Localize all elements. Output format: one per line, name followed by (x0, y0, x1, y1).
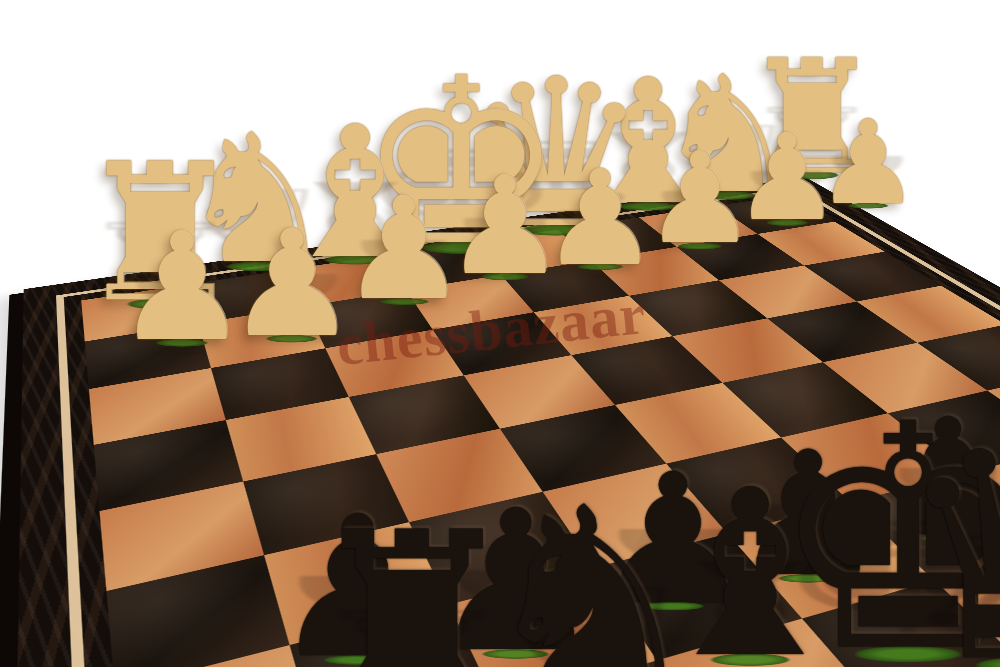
white-knight-glyph: ♞ (177, 111, 337, 289)
green-felt-base (765, 219, 808, 226)
green-felt-base (481, 649, 551, 660)
black-pawn-reflection: ♟ (429, 555, 604, 653)
white-bishop-glyph: ♝ (571, 57, 725, 229)
piece-white-bishop-c1: ♝♝ (571, 57, 725, 229)
white-pawn-reflection: ♟ (816, 147, 920, 205)
white-knight-glyph: ♞ (655, 54, 800, 216)
green-felt-base (322, 255, 387, 265)
piece-white-pawn-d2: ♟♟ (541, 152, 659, 284)
white-rook-reflection: ♜ (75, 207, 245, 302)
white-king-glyph: ♚ (358, 48, 564, 278)
piece-white-king-e1: ♚♚ (358, 48, 564, 278)
green-felt-base (847, 203, 889, 209)
black-pawn-glyph: ♟ (875, 397, 1000, 559)
piece-black-queen-d8: ♛♛ (894, 404, 1000, 667)
white-pawn-glyph: ♟ (733, 118, 841, 238)
green-felt-base (777, 574, 839, 583)
piece-black-rook-h8: ♜♜ (300, 500, 524, 667)
white-bishop-glyph: ♝ (273, 102, 436, 284)
piece-layer: ♜♜♞♞♟♟♝♝♟♟♛♛♟♟♚♚♝♝♞♞♟♟♟♟♟♟♜♜♟♟♟♟♟♟♟♟♟♟♟♟… (0, 0, 1000, 667)
green-felt-base (709, 653, 791, 666)
white-knight-reflection: ♞ (177, 175, 337, 264)
green-felt-base (576, 263, 623, 270)
green-felt-base (677, 242, 722, 249)
piece-white-pawn-f2: ♟♟ (340, 178, 467, 320)
green-felt-base (617, 202, 679, 211)
white-bishop-reflection: ♝ (273, 167, 436, 258)
black-pawn-reflection: ♟ (592, 514, 753, 604)
green-felt-base (481, 273, 530, 280)
piece-black-pawn-h7: ♟♟ (271, 490, 446, 667)
black-knight-glyph: ♞ (475, 473, 708, 667)
piece-black-king-e8: ♚♚ (769, 384, 1000, 667)
piece-white-pawn-a2: ♟♟ (816, 105, 920, 221)
green-felt-base (919, 534, 977, 543)
piece-white-pawn-e2: ♟♟ (444, 158, 566, 294)
product-photo-stage: chessbazaar ♜♜♞♞♟♟♝♝♟♟♛♛♟♟♚♚♝♝♞♞♟♟♟♟♟♟♜♜… (0, 0, 1000, 667)
piece-white-pawn-b2: ♟♟ (733, 118, 841, 238)
green-felt-base (323, 655, 393, 666)
white-queen-reflection: ♛ (464, 125, 648, 228)
piece-black-bishop-f8: ♝♝ (647, 460, 853, 667)
white-pawn-reflection: ♟ (541, 199, 659, 265)
black-bishop-glyph: ♝ (647, 460, 853, 667)
piece-black-pawn-e7: ♟♟ (731, 429, 885, 601)
white-rook-reflection: ♜ (741, 95, 883, 174)
white-pawn-reflection: ♟ (115, 266, 249, 341)
piece-white-rook-h1: ♜♜ (75, 139, 245, 329)
black-queen-glyph: ♛ (894, 404, 1000, 667)
piece-white-rook-a1: ♜♜ (741, 38, 883, 196)
white-pawn-reflection: ♟ (340, 229, 467, 300)
green-felt-base (265, 334, 318, 342)
piece-white-knight-b1: ♞♞ (655, 54, 800, 216)
green-felt-base (974, 657, 1000, 667)
white-pawn-glyph: ♟ (115, 212, 249, 362)
white-pawn-glyph: ♟ (226, 210, 359, 358)
white-pawn-reflection: ♟ (733, 162, 841, 222)
black-pawn-glyph: ♟ (429, 484, 604, 667)
green-felt-base (852, 645, 963, 662)
black-king-reflection: ♚ (769, 496, 1000, 651)
white-pawn-reflection: ♟ (444, 207, 566, 275)
black-king-glyph: ♚ (769, 384, 1000, 667)
piece-white-pawn-c2: ♟♟ (644, 136, 757, 262)
white-pawn-glyph: ♟ (444, 158, 566, 294)
piece-white-pawn-g2: ♟♟ (226, 210, 359, 358)
piece-white-pawn-h2: ♟♟ (115, 212, 249, 362)
black-pawn-glyph: ♟ (731, 429, 885, 601)
green-felt-base (699, 191, 757, 200)
black-pawn-glyph: ♟ (271, 490, 446, 667)
piece-white-bishop-f1: ♝♝ (273, 102, 436, 284)
green-felt-base (519, 224, 593, 235)
white-pawn-glyph: ♟ (340, 178, 467, 320)
green-felt-base (784, 171, 841, 180)
piece-black-knight-g8: ♞♞ (475, 473, 708, 667)
black-rook-glyph: ♜ (300, 500, 524, 667)
black-pawn-glyph: ♟ (592, 450, 753, 630)
black-queen-reflection: ♛ (894, 512, 1000, 662)
white-king-reflection: ♚ (358, 130, 564, 245)
green-felt-base (641, 601, 706, 611)
white-pawn-glyph: ♟ (816, 105, 920, 221)
white-knight-reflection: ♞ (655, 113, 800, 194)
white-pawn-reflection: ♟ (644, 181, 757, 244)
green-felt-base (420, 241, 502, 254)
piece-white-queen-d1: ♛♛ (464, 52, 648, 257)
black-pawn-reflection: ♟ (271, 561, 446, 659)
piece-black-pawn-g7: ♟♟ (429, 484, 604, 667)
black-knight-reflection: ♞ (475, 567, 708, 667)
green-felt-base (379, 298, 430, 306)
black-rook-reflection: ♜ (300, 590, 524, 667)
white-pawn-reflection: ♟ (226, 263, 359, 337)
black-bishop-reflection: ♝ (647, 542, 853, 657)
white-bishop-reflection: ♝ (571, 119, 725, 205)
white-rook-glyph: ♜ (741, 38, 883, 196)
white-pawn-glyph: ♟ (541, 152, 659, 284)
white-pawn-glyph: ♟ (644, 136, 757, 262)
black-pawn-reflection: ♟ (731, 491, 885, 577)
piece-white-knight-g1: ♞♞ (177, 111, 337, 289)
green-felt-base (126, 299, 194, 309)
black-pawn-reflection: ♟ (875, 456, 1000, 537)
green-felt-base (155, 338, 209, 346)
piece-black-pawn-d7: ♟♟ (875, 397, 1000, 559)
piece-black-pawn-f7: ♟♟ (592, 450, 753, 630)
white-queen-glyph: ♛ (464, 52, 648, 257)
white-rook-glyph: ♜ (75, 139, 245, 329)
green-felt-base (225, 261, 289, 271)
